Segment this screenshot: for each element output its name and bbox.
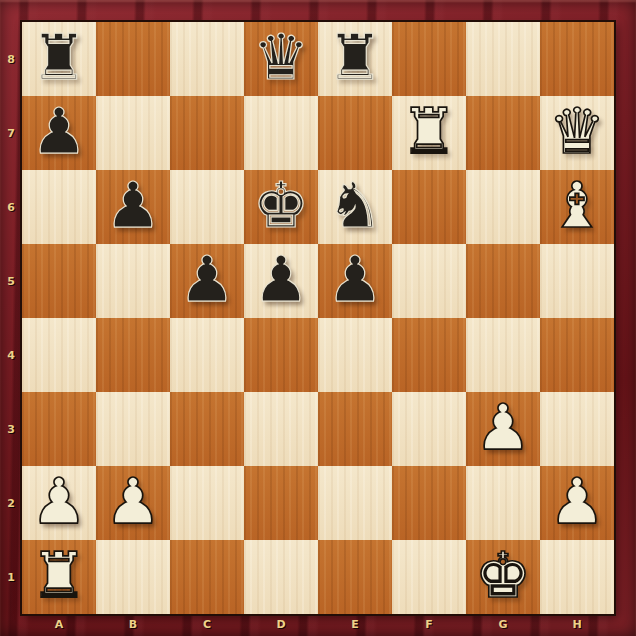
square-d1[interactable] xyxy=(244,540,318,614)
square-b1[interactable] xyxy=(96,540,170,614)
square-a4[interactable] xyxy=(22,318,96,392)
square-d4[interactable] xyxy=(244,318,318,392)
square-b8[interactable] xyxy=(96,22,170,96)
rank-label-1: 1 xyxy=(0,540,22,614)
piece-white-pawn-icon[interactable]: ♟ xyxy=(540,466,614,540)
file-label-a: A xyxy=(22,613,96,636)
rank-label-2: 2 xyxy=(0,466,22,540)
piece-black-king-icon[interactable]: ♚ xyxy=(244,170,318,244)
piece-black-pawn-icon[interactable]: ♟ xyxy=(170,244,244,318)
square-e3[interactable] xyxy=(318,392,392,466)
file-label-c: C xyxy=(170,613,244,636)
piece-black-pawn-icon[interactable]: ♟ xyxy=(96,170,170,244)
piece-white-king-icon[interactable]: ♚ xyxy=(466,540,540,614)
square-b6[interactable]: ♟ xyxy=(96,170,170,244)
piece-black-queen-icon[interactable]: ♛ xyxy=(244,22,318,96)
square-c7[interactable] xyxy=(170,96,244,170)
square-g6[interactable] xyxy=(466,170,540,244)
square-h8[interactable] xyxy=(540,22,614,96)
piece-black-rook-icon[interactable]: ♜ xyxy=(22,22,96,96)
square-a6[interactable] xyxy=(22,170,96,244)
piece-black-pawn-icon[interactable]: ♟ xyxy=(244,244,318,318)
piece-black-rook-icon[interactable]: ♜ xyxy=(318,22,392,96)
square-g4[interactable] xyxy=(466,318,540,392)
square-c8[interactable] xyxy=(170,22,244,96)
square-e7[interactable] xyxy=(318,96,392,170)
piece-white-pawn-icon[interactable]: ♟ xyxy=(22,466,96,540)
square-c3[interactable] xyxy=(170,392,244,466)
file-label-e: E xyxy=(318,613,392,636)
square-f1[interactable] xyxy=(392,540,466,614)
square-c5[interactable]: ♟ xyxy=(170,244,244,318)
square-b2[interactable]: ♟ xyxy=(96,466,170,540)
rank-label-7: 7 xyxy=(0,96,22,170)
square-d6[interactable]: ♚ xyxy=(244,170,318,244)
square-h7[interactable]: ♛ xyxy=(540,96,614,170)
square-a2[interactable]: ♟ xyxy=(22,466,96,540)
piece-black-knight-icon[interactable]: ♞ xyxy=(318,170,392,244)
square-e5[interactable]: ♟ xyxy=(318,244,392,318)
chess-board: ♜♛♜♟♜♛♟♚♞♝♟♟♟♟♟♟♟♜♚ xyxy=(22,22,614,614)
piece-black-pawn-icon[interactable]: ♟ xyxy=(22,96,96,170)
square-h6[interactable]: ♝ xyxy=(540,170,614,244)
square-f2[interactable] xyxy=(392,466,466,540)
square-a8[interactable]: ♜ xyxy=(22,22,96,96)
square-h1[interactable] xyxy=(540,540,614,614)
rank-label-4: 4 xyxy=(0,318,22,392)
file-label-h: H xyxy=(540,613,614,636)
piece-white-rook-icon[interactable]: ♜ xyxy=(392,96,466,170)
file-label-b: B xyxy=(96,613,170,636)
square-d3[interactable] xyxy=(244,392,318,466)
square-f3[interactable] xyxy=(392,392,466,466)
square-e1[interactable] xyxy=(318,540,392,614)
square-c6[interactable] xyxy=(170,170,244,244)
square-g2[interactable] xyxy=(466,466,540,540)
square-b3[interactable] xyxy=(96,392,170,466)
square-a1[interactable]: ♜ xyxy=(22,540,96,614)
file-label-f: F xyxy=(392,613,466,636)
piece-white-pawn-icon[interactable]: ♟ xyxy=(466,392,540,466)
rank-label-5: 5 xyxy=(0,244,22,318)
square-f7[interactable]: ♜ xyxy=(392,96,466,170)
square-a3[interactable] xyxy=(22,392,96,466)
square-b7[interactable] xyxy=(96,96,170,170)
square-g3[interactable]: ♟ xyxy=(466,392,540,466)
piece-black-pawn-icon[interactable]: ♟ xyxy=(318,244,392,318)
square-e6[interactable]: ♞ xyxy=(318,170,392,244)
square-d8[interactable]: ♛ xyxy=(244,22,318,96)
square-e4[interactable] xyxy=(318,318,392,392)
piece-white-pawn-icon[interactable]: ♟ xyxy=(96,466,170,540)
square-c2[interactable] xyxy=(170,466,244,540)
chess-board-frame: ♜♛♜♟♜♛♟♚♞♝♟♟♟♟♟♟♟♜♚ 87654321ABCDEFGH xyxy=(0,0,636,636)
square-d5[interactable]: ♟ xyxy=(244,244,318,318)
square-f4[interactable] xyxy=(392,318,466,392)
square-f8[interactable] xyxy=(392,22,466,96)
square-d2[interactable] xyxy=(244,466,318,540)
square-g7[interactable] xyxy=(466,96,540,170)
square-f5[interactable] xyxy=(392,244,466,318)
square-f6[interactable] xyxy=(392,170,466,244)
square-d7[interactable] xyxy=(244,96,318,170)
square-g8[interactable] xyxy=(466,22,540,96)
rank-label-6: 6 xyxy=(0,170,22,244)
file-label-g: G xyxy=(466,613,540,636)
rank-label-3: 3 xyxy=(0,392,22,466)
square-b4[interactable] xyxy=(96,318,170,392)
square-h5[interactable] xyxy=(540,244,614,318)
piece-white-rook-icon[interactable]: ♜ xyxy=(22,540,96,614)
square-b5[interactable] xyxy=(96,244,170,318)
square-g5[interactable] xyxy=(466,244,540,318)
square-a5[interactable] xyxy=(22,244,96,318)
square-g1[interactable]: ♚ xyxy=(466,540,540,614)
square-a7[interactable]: ♟ xyxy=(22,96,96,170)
square-e2[interactable] xyxy=(318,466,392,540)
file-label-d: D xyxy=(244,613,318,636)
piece-white-queen-icon[interactable]: ♛ xyxy=(540,96,614,170)
piece-white-bishop-icon[interactable]: ♝ xyxy=(540,170,614,244)
square-h3[interactable] xyxy=(540,392,614,466)
square-h2[interactable]: ♟ xyxy=(540,466,614,540)
rank-label-8: 8 xyxy=(0,22,22,96)
square-e8[interactable]: ♜ xyxy=(318,22,392,96)
square-c1[interactable] xyxy=(170,540,244,614)
square-h4[interactable] xyxy=(540,318,614,392)
square-c4[interactable] xyxy=(170,318,244,392)
